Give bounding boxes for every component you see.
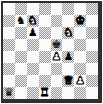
- square-a7[interactable]: [3, 15, 15, 27]
- square-d4[interactable]: [39, 51, 51, 63]
- square-g4[interactable]: [74, 51, 86, 63]
- square-d3[interactable]: [39, 63, 51, 75]
- square-h3[interactable]: [86, 63, 98, 75]
- square-h2[interactable]: [86, 75, 98, 87]
- square-f5[interactable]: [62, 39, 74, 51]
- piece-black-pawn: ♟: [63, 51, 73, 63]
- square-e8[interactable]: [51, 3, 63, 15]
- square-g2[interactable]: ♟: [74, 75, 86, 87]
- square-e7[interactable]: [51, 15, 63, 27]
- square-e1[interactable]: [51, 87, 63, 99]
- square-b6[interactable]: [15, 27, 27, 39]
- board-frame: ♞♞♚♟♞♚♟♟♛♟♛♜: [1, 1, 102, 103]
- piece-white-queen: ♛: [63, 75, 73, 87]
- square-c3[interactable]: [27, 63, 39, 75]
- square-g1[interactable]: [74, 87, 86, 99]
- square-e2[interactable]: [51, 75, 63, 87]
- square-b7[interactable]: ♞: [15, 15, 27, 27]
- square-g3[interactable]: [74, 63, 86, 75]
- square-b2[interactable]: [15, 75, 27, 87]
- square-g8[interactable]: [74, 3, 86, 15]
- square-e4[interactable]: ♟: [51, 51, 63, 63]
- piece-white-pawn: ♟: [52, 51, 62, 63]
- square-a4[interactable]: [3, 51, 15, 63]
- square-d6[interactable]: [39, 27, 51, 39]
- square-b8[interactable]: [15, 3, 27, 15]
- square-f2[interactable]: ♛: [62, 75, 74, 87]
- square-d1[interactable]: ♜: [39, 87, 51, 99]
- square-h6[interactable]: [86, 27, 98, 39]
- piece-black-knight: ♞: [16, 15, 26, 27]
- piece-white-knight: ♞: [63, 27, 73, 39]
- square-c2[interactable]: [27, 75, 39, 87]
- square-c7[interactable]: ♞: [27, 15, 39, 27]
- piece-white-king: ♚: [75, 15, 85, 27]
- square-h7[interactable]: [86, 15, 98, 27]
- square-c1[interactable]: [27, 87, 39, 99]
- piece-black-queen: ♛: [4, 87, 14, 99]
- square-b5[interactable]: [15, 39, 27, 51]
- square-a2[interactable]: [3, 75, 15, 87]
- square-g7[interactable]: ♚: [74, 15, 86, 27]
- square-e6[interactable]: [51, 27, 63, 39]
- square-e5[interactable]: ♚: [51, 39, 63, 51]
- square-d8[interactable]: [39, 3, 51, 15]
- square-a8[interactable]: [3, 3, 15, 15]
- piece-white-rook: ♜: [40, 87, 50, 99]
- square-a3[interactable]: [3, 63, 15, 75]
- square-b3[interactable]: [15, 63, 27, 75]
- square-b4[interactable]: [15, 51, 27, 63]
- square-e3[interactable]: [51, 63, 63, 75]
- square-h4[interactable]: [86, 51, 98, 63]
- square-a6[interactable]: [3, 27, 15, 39]
- piece-black-pawn: ♟: [28, 27, 38, 39]
- square-b1[interactable]: [15, 87, 27, 99]
- square-f8[interactable]: [62, 3, 74, 15]
- square-f7[interactable]: [62, 15, 74, 27]
- square-c5[interactable]: [27, 39, 39, 51]
- square-d7[interactable]: [39, 15, 51, 27]
- square-f1[interactable]: [62, 87, 74, 99]
- square-f3[interactable]: [62, 63, 74, 75]
- square-h8[interactable]: [86, 3, 98, 15]
- square-f6[interactable]: ♞: [62, 27, 74, 39]
- square-c8[interactable]: [27, 3, 39, 15]
- square-d2[interactable]: [39, 75, 51, 87]
- square-d5[interactable]: [39, 39, 51, 51]
- piece-white-pawn: ♟: [75, 75, 85, 87]
- square-g6[interactable]: [74, 27, 86, 39]
- square-c6[interactable]: ♟: [27, 27, 39, 39]
- square-g5[interactable]: [74, 39, 86, 51]
- square-c4[interactable]: [27, 51, 39, 63]
- piece-black-king: ♚: [52, 39, 62, 51]
- chess-board: ♞♞♚♟♞♚♟♟♛♟♛♜: [3, 3, 98, 99]
- square-h1[interactable]: [86, 87, 98, 99]
- square-h5[interactable]: [86, 39, 98, 51]
- square-a1[interactable]: ♛: [3, 87, 15, 99]
- diagram-stage: ♞♞♚♟♞♚♟♟♛♟♛♜: [0, 0, 103, 104]
- piece-white-knight: ♞: [28, 15, 38, 27]
- square-f4[interactable]: ♟: [62, 51, 74, 63]
- square-a5[interactable]: [3, 39, 15, 51]
